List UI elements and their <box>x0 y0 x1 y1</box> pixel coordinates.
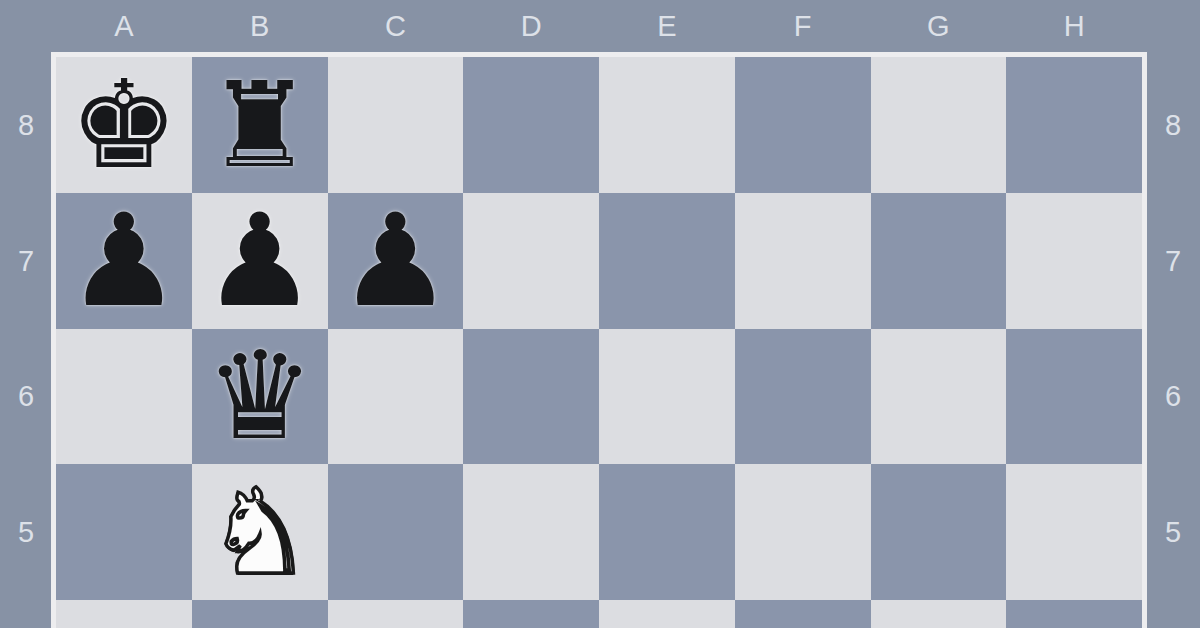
square-b6[interactable]: ♛ <box>192 329 328 465</box>
square-a7[interactable]: ♟ <box>56 193 192 329</box>
square-e6[interactable] <box>599 329 735 465</box>
square-d5[interactable] <box>463 464 599 600</box>
square-b8[interactable]: ♜ <box>192 57 328 193</box>
white-knight[interactable]: ♞ <box>207 473 313 591</box>
square-f4[interactable] <box>735 600 871 628</box>
rank-label-right-8: 8 <box>1165 108 1181 141</box>
file-label-f: F <box>794 0 812 52</box>
file-label-d: D <box>521 0 542 52</box>
black-rook[interactable]: ♜ <box>207 66 313 184</box>
square-d8[interactable] <box>463 57 599 193</box>
square-a5[interactable] <box>56 464 192 600</box>
square-e5[interactable] <box>599 464 735 600</box>
square-b7[interactable]: ♟ <box>192 193 328 329</box>
black-pawn[interactable]: ♟ <box>338 197 453 325</box>
rank-label-left-7: 7 <box>18 244 34 277</box>
square-g5[interactable] <box>871 464 1007 600</box>
square-a6[interactable] <box>56 329 192 465</box>
chess-board-screen: ABCDEFGH 88776655 ♚♜♟♟♟♛♞ <box>0 0 1200 628</box>
square-a8[interactable]: ♚ <box>56 57 192 193</box>
square-d7[interactable] <box>463 193 599 329</box>
chess-board: ♚♜♟♟♟♛♞ <box>56 57 1142 628</box>
black-pawn[interactable]: ♟ <box>67 197 182 325</box>
rank-label-left-8: 8 <box>18 108 34 141</box>
black-queen[interactable]: ♛ <box>205 335 314 457</box>
square-c4[interactable] <box>328 600 464 628</box>
file-label-g: G <box>927 0 950 52</box>
square-h5[interactable] <box>1006 464 1142 600</box>
square-e7[interactable] <box>599 193 735 329</box>
square-c5[interactable] <box>328 464 464 600</box>
square-d6[interactable] <box>463 329 599 465</box>
black-pawn[interactable]: ♟ <box>202 197 317 325</box>
square-f8[interactable] <box>735 57 871 193</box>
square-g8[interactable] <box>871 57 1007 193</box>
square-f7[interactable] <box>735 193 871 329</box>
file-label-b: B <box>250 0 269 52</box>
rank-label-left-5: 5 <box>18 516 34 549</box>
rank-label-left-6: 6 <box>18 380 34 413</box>
board-frame: ♚♜♟♟♟♛♞ <box>51 52 1147 628</box>
square-e4[interactable] <box>599 600 735 628</box>
file-label-c: C <box>385 0 406 52</box>
square-b5[interactable]: ♞ <box>192 464 328 600</box>
file-label-h: H <box>1064 0 1085 52</box>
square-h8[interactable] <box>1006 57 1142 193</box>
square-g4[interactable] <box>871 600 1007 628</box>
square-g6[interactable] <box>871 329 1007 465</box>
black-king[interactable]: ♚ <box>69 64 178 186</box>
square-g7[interactable] <box>871 193 1007 329</box>
file-label-a: A <box>114 0 133 52</box>
square-e8[interactable] <box>599 57 735 193</box>
square-a4[interactable] <box>56 600 192 628</box>
square-c7[interactable]: ♟ <box>328 193 464 329</box>
square-c8[interactable] <box>328 57 464 193</box>
square-h6[interactable] <box>1006 329 1142 465</box>
square-h7[interactable] <box>1006 193 1142 329</box>
square-b4[interactable] <box>192 600 328 628</box>
square-h4[interactable] <box>1006 600 1142 628</box>
square-f5[interactable] <box>735 464 871 600</box>
square-d4[interactable] <box>463 600 599 628</box>
rank-label-right-7: 7 <box>1165 244 1181 277</box>
file-label-e: E <box>657 0 676 52</box>
rank-label-right-6: 6 <box>1165 380 1181 413</box>
rank-label-right-5: 5 <box>1165 516 1181 549</box>
square-c6[interactable] <box>328 329 464 465</box>
square-f6[interactable] <box>735 329 871 465</box>
